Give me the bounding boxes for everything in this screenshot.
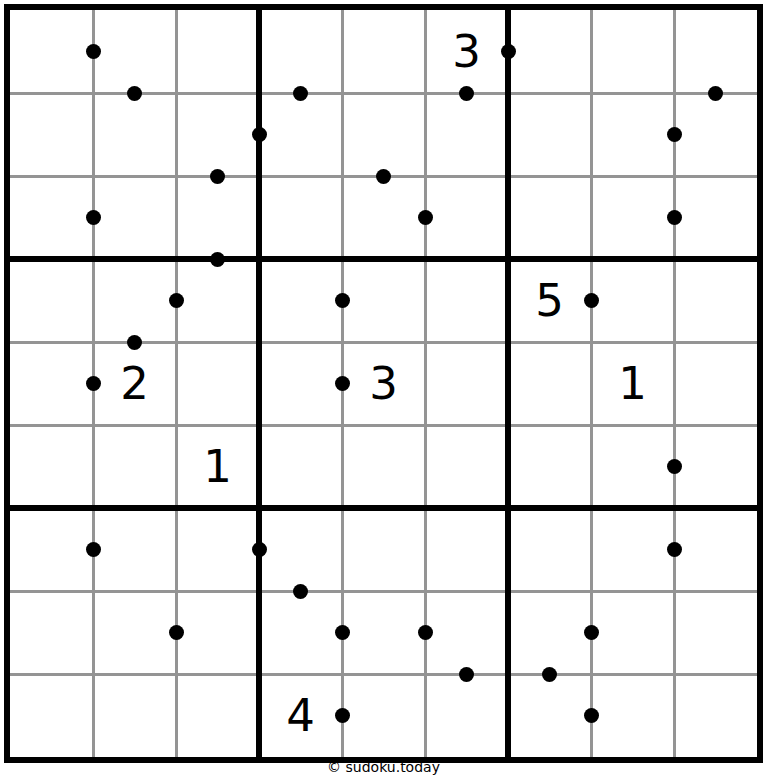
cell-r7c4	[259, 508, 342, 591]
consecutive-dot-r2c8-r2c9	[667, 127, 682, 142]
cell-r2c1	[10, 93, 93, 176]
cell-r4c3	[176, 259, 259, 342]
cell-r3c6	[425, 176, 508, 259]
consecutive-dot-r7c3-r7c4	[252, 542, 267, 557]
consecutive-dot-r1c2-r2c2	[127, 86, 142, 101]
given-digit-r6c3: 1	[176, 425, 259, 508]
cell-r3c3	[176, 176, 259, 259]
cell-r5c4	[259, 342, 342, 425]
cell-r6c4	[259, 425, 342, 508]
cell-r4c2	[93, 259, 176, 342]
box-border-vertical	[505, 10, 511, 757]
consecutive-dot-r2c3-r3c3	[210, 169, 225, 184]
cell-r5c3	[176, 342, 259, 425]
consecutive-dot-r3c1-r3c2	[86, 210, 101, 225]
cell-r6c8	[591, 425, 674, 508]
cell-r1c4	[259, 10, 342, 93]
cell-r3c9	[674, 176, 757, 259]
consecutive-dot-r5c4-r5c5	[335, 376, 350, 391]
cell-r2c2	[93, 93, 176, 176]
cell-r1c7	[508, 10, 591, 93]
consecutive-dot-r4c2-r4c3	[169, 293, 184, 308]
cell-r5c6	[425, 342, 508, 425]
cell-r1c1	[10, 10, 93, 93]
cell-r3c8	[591, 176, 674, 259]
cell-r3c7	[508, 176, 591, 259]
cell-r8c7	[508, 591, 591, 674]
cell-r3c4	[259, 176, 342, 259]
given-digit-r5c8: 1	[591, 342, 674, 425]
cell-r4c1	[10, 259, 93, 342]
cell-r4c4	[259, 259, 342, 342]
consecutive-dot-r3c5-r3c6	[418, 210, 433, 225]
copyright-text: © sudoku.today	[4, 759, 763, 775]
cell-r6c7	[508, 425, 591, 508]
consecutive-dot-r8c2-r8c3	[169, 625, 184, 640]
cell-r8c9	[674, 591, 757, 674]
cell-r5c7	[508, 342, 591, 425]
consecutive-dot-r4c4-r4c5	[335, 293, 350, 308]
consecutive-dot-r2c3-r2c4	[252, 127, 267, 142]
consecutive-dot-r6c8-r6c9	[667, 459, 682, 474]
box-border-vertical	[256, 10, 262, 757]
consecutive-dot-r1c4-r2c4	[293, 86, 308, 101]
consecutive-dot-r4c2-r5c2	[127, 335, 142, 350]
cell-r6c2	[93, 425, 176, 508]
consecutive-dot-r1c9-r2c9	[708, 86, 723, 101]
cell-r9c2	[93, 674, 176, 757]
cell-r8c3	[176, 591, 259, 674]
cell-r7c2	[93, 508, 176, 591]
consecutive-dot-r1c1-r1c2	[86, 44, 101, 59]
consecutive-dot-r7c1-r7c2	[86, 542, 101, 557]
consecutive-dot-r8c7-r9c7	[542, 667, 557, 682]
consecutive-dot-r9c7-r9c8	[584, 708, 599, 723]
cell-r6c5	[342, 425, 425, 508]
consecutive-dot-r7c4-r8c4	[293, 584, 308, 599]
consecutive-dot-r8c4-r8c5	[335, 625, 350, 640]
consecutive-dot-r3c3-r4c3	[210, 252, 225, 267]
cell-r1c2	[93, 10, 176, 93]
cell-r2c4	[259, 93, 342, 176]
cell-r7c6	[425, 508, 508, 591]
consecutive-dot-r1c6-r1c7	[501, 44, 516, 59]
cell-r1c5	[342, 10, 425, 93]
consecutive-dot-r8c6-r9c6	[459, 667, 474, 682]
cell-r2c3	[176, 93, 259, 176]
cell-r1c3	[176, 10, 259, 93]
consecutive-dot-r4c7-r4c8	[584, 293, 599, 308]
cell-r9c8	[591, 674, 674, 757]
cell-r8c8	[591, 591, 674, 674]
cell-r5c1	[10, 342, 93, 425]
consecutive-dot-r1c6-r2c6	[459, 86, 474, 101]
consecutive-dot-r7c8-r7c9	[667, 542, 682, 557]
given-digit-r5c5: 3	[342, 342, 425, 425]
consecutive-dot-r2c5-r3c5	[376, 169, 391, 184]
cell-r9c3	[176, 674, 259, 757]
cell-r4c5	[342, 259, 425, 342]
given-digit-r4c7: 5	[508, 259, 591, 342]
cell-r4c8	[591, 259, 674, 342]
cell-r9c7	[508, 674, 591, 757]
given-digit-r5c2: 2	[93, 342, 176, 425]
box-border-horizontal	[10, 505, 757, 511]
cell-r1c9	[674, 10, 757, 93]
cell-r9c1	[10, 674, 93, 757]
cell-r8c5	[342, 591, 425, 674]
consecutive-dot-r5c1-r5c2	[86, 376, 101, 391]
consecutive-dot-r8c5-r8c6	[418, 625, 433, 640]
consecutive-dot-r3c8-r3c9	[667, 210, 682, 225]
given-digit-r9c4: 4	[259, 674, 342, 757]
cell-r6c9	[674, 425, 757, 508]
sudoku-board: 3523114	[4, 4, 763, 763]
cell-r2c7	[508, 93, 591, 176]
cell-r8c6	[425, 591, 508, 674]
cell-r1c8	[591, 10, 674, 93]
cell-r4c9	[674, 259, 757, 342]
consecutive-dot-r9c4-r9c5	[335, 708, 350, 723]
cell-r2c5	[342, 93, 425, 176]
cell-r7c8	[591, 508, 674, 591]
cell-r5c9	[674, 342, 757, 425]
cell-r9c9	[674, 674, 757, 757]
cell-r9c5	[342, 674, 425, 757]
box-border-horizontal	[10, 256, 757, 262]
cell-r6c6	[425, 425, 508, 508]
cell-r6c1	[10, 425, 93, 508]
cell-r3c5	[342, 176, 425, 259]
cell-r7c1	[10, 508, 93, 591]
consecutive-dot-r8c7-r8c8	[584, 625, 599, 640]
cell-r8c1	[10, 591, 93, 674]
cell-r7c3	[176, 508, 259, 591]
cell-r7c9	[674, 508, 757, 591]
cell-r8c4	[259, 591, 342, 674]
cell-r8c2	[93, 591, 176, 674]
cell-r2c9	[674, 93, 757, 176]
cell-r7c7	[508, 508, 591, 591]
cell-r3c2	[93, 176, 176, 259]
cell-r9c6	[425, 674, 508, 757]
cell-r7c5	[342, 508, 425, 591]
cell-r2c6	[425, 93, 508, 176]
cell-r4c6	[425, 259, 508, 342]
given-digit-r1c6: 3	[425, 10, 508, 93]
cell-r2c8	[591, 93, 674, 176]
cell-r3c1	[10, 176, 93, 259]
